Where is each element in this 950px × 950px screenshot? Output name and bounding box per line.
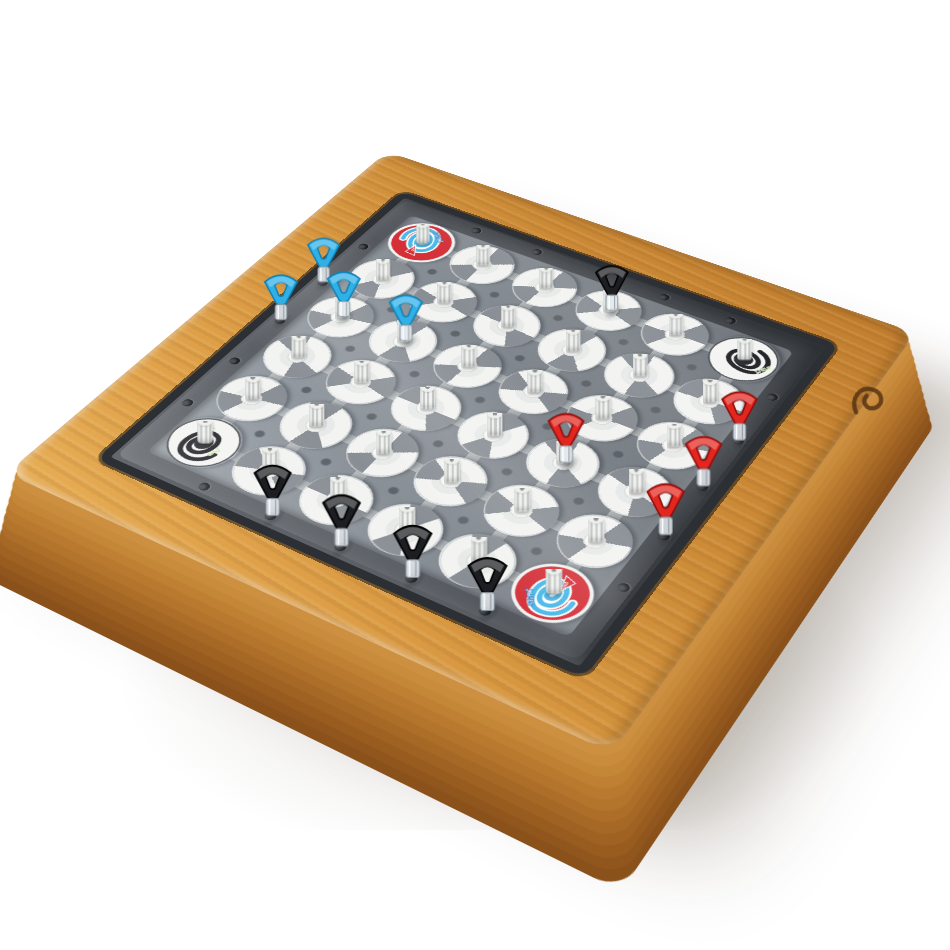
center-peg [737,339,752,360]
rim-hole [765,392,780,402]
center-peg [545,569,562,594]
center-peg [588,518,604,542]
pawn-black[interactable] [250,461,295,518]
rim-hole [615,581,632,593]
rim-hole [469,227,483,235]
rim-hole [179,398,195,408]
spiral-label-end: end [410,246,416,252]
pawn-red[interactable] [544,410,588,465]
center-peg [566,329,581,350]
center-peg [633,354,648,376]
center-peg [444,459,460,482]
center-peg [291,336,306,357]
center-peg [501,305,515,326]
pawn-blue[interactable] [386,291,427,342]
center-peg [476,245,490,265]
pawn-black[interactable] [319,490,365,548]
rim-hole [530,248,544,256]
center-peg [198,421,213,444]
center-peg [420,387,435,409]
center-peg [310,404,325,426]
center-peg [416,224,430,244]
rim-hole [227,356,242,365]
center-peg [438,282,452,303]
center-peg [703,380,718,402]
rim-hole [657,293,671,302]
rim-hole [196,481,212,492]
pawn-black[interactable] [592,262,632,312]
center-peg [376,431,391,454]
pawn-red[interactable] [643,480,688,537]
product-photo-scene: startendstartendstartendstart [0,0,950,950]
pawn-black[interactable] [463,553,510,613]
center-peg [355,361,370,383]
center-peg [461,345,476,367]
center-peg [596,397,611,419]
pawn-blue[interactable] [324,268,364,318]
spiral-label-start: start [522,588,536,606]
center-peg [666,424,681,447]
center-peg [528,370,543,392]
pawn-blue[interactable] [261,271,301,322]
center-peg [515,488,531,511]
center-peg [669,314,683,335]
rim-hole [723,317,737,326]
center-peg [376,259,390,279]
center-peg [628,469,644,492]
center-peg [487,413,502,435]
center-peg [246,377,261,399]
rim-hole [356,242,370,250]
pawn-black[interactable] [390,521,436,580]
center-peg [539,268,553,289]
